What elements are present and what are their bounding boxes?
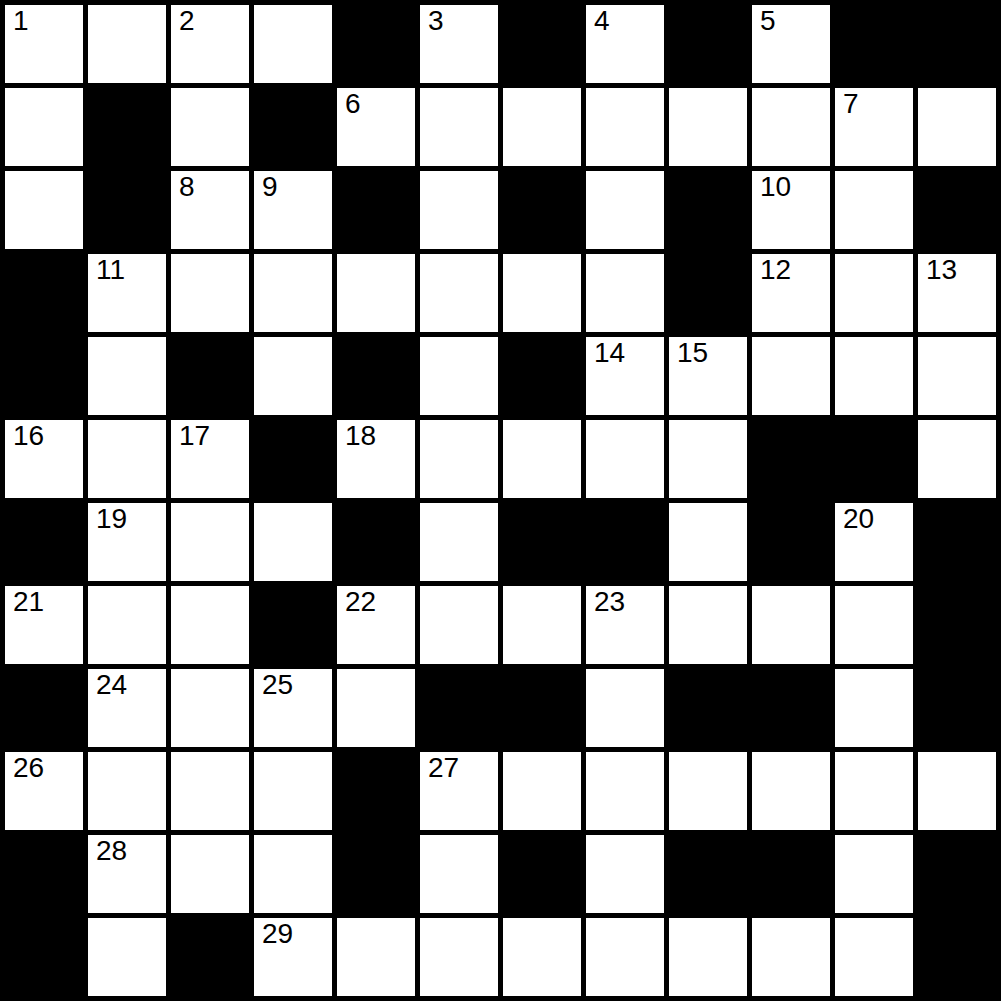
white-cell-r9c0[interactable]: 26: [5, 752, 83, 830]
clue-number-17: 17: [179, 421, 210, 452]
clue-number-3: 3: [428, 6, 444, 37]
white-cell-r4c8[interactable]: 15: [669, 337, 747, 415]
clue-number-24: 24: [96, 670, 127, 701]
white-cell-r9c3[interactable]: [254, 752, 332, 830]
white-cell-r9c10[interactable]: [835, 752, 913, 830]
black-cell-r5c10: [835, 420, 913, 498]
white-cell-r10c2[interactable]: [171, 835, 249, 913]
white-cell-r0c1[interactable]: [88, 5, 166, 83]
clue-number-4: 4: [594, 6, 610, 37]
black-cell-r2c11: [918, 171, 996, 249]
black-cell-r3c0: [5, 254, 83, 332]
black-cell-r5c9: [752, 420, 830, 498]
white-cell-r3c4[interactable]: [337, 254, 415, 332]
clue-number-10: 10: [760, 172, 791, 203]
black-cell-r2c6: [503, 171, 581, 249]
white-cell-r7c8[interactable]: [669, 586, 747, 664]
black-cell-r8c9: [752, 669, 830, 747]
clue-number-27: 27: [428, 753, 459, 784]
white-cell-r4c7[interactable]: 14: [586, 337, 664, 415]
black-cell-r10c11: [918, 835, 996, 913]
white-cell-r11c3[interactable]: 29: [254, 918, 332, 996]
black-cell-r10c9: [752, 835, 830, 913]
white-cell-r10c10[interactable]: [835, 835, 913, 913]
black-cell-r7c3: [254, 586, 332, 664]
white-cell-r7c6[interactable]: [503, 586, 581, 664]
white-cell-r0c9[interactable]: 5: [752, 5, 830, 83]
clue-number-8: 8: [179, 172, 195, 203]
black-cell-r7c11: [918, 586, 996, 664]
white-cell-r5c2[interactable]: 17: [171, 420, 249, 498]
white-cell-r1c2[interactable]: [171, 88, 249, 166]
black-cell-r6c4: [337, 503, 415, 581]
clue-number-21: 21: [13, 587, 44, 618]
white-cell-r11c4[interactable]: [337, 918, 415, 996]
black-cell-r1c1: [88, 88, 166, 166]
white-cell-r6c1[interactable]: 19: [88, 503, 166, 581]
white-cell-r0c7[interactable]: 4: [586, 5, 664, 83]
clue-number-25: 25: [262, 670, 293, 701]
black-cell-r5c3: [254, 420, 332, 498]
black-cell-r4c2: [171, 337, 249, 415]
black-cell-r6c9: [752, 503, 830, 581]
white-cell-r7c1[interactable]: [88, 586, 166, 664]
white-cell-r1c0[interactable]: [5, 88, 83, 166]
white-cell-r1c8[interactable]: [669, 88, 747, 166]
white-cell-r3c6[interactable]: [503, 254, 581, 332]
white-cell-r11c10[interactable]: [835, 918, 913, 996]
white-cell-r9c1[interactable]: [88, 752, 166, 830]
white-cell-r1c9[interactable]: [752, 88, 830, 166]
white-cell-r11c7[interactable]: [586, 918, 664, 996]
white-cell-r11c9[interactable]: [752, 918, 830, 996]
white-cell-r0c0[interactable]: 1: [5, 5, 83, 83]
black-cell-r4c6: [503, 337, 581, 415]
white-cell-r9c9[interactable]: [752, 752, 830, 830]
white-cell-r8c10[interactable]: [835, 669, 913, 747]
white-cell-r7c5[interactable]: [420, 586, 498, 664]
white-cell-r10c7[interactable]: [586, 835, 664, 913]
white-cell-r11c1[interactable]: [88, 918, 166, 996]
clue-number-12: 12: [760, 255, 791, 286]
white-cell-r3c9[interactable]: 12: [752, 254, 830, 332]
clue-number-11: 11: [96, 255, 125, 286]
white-cell-r8c3[interactable]: 25: [254, 669, 332, 747]
white-cell-r5c5[interactable]: [420, 420, 498, 498]
clue-number-23: 23: [594, 587, 625, 618]
white-cell-r4c3[interactable]: [254, 337, 332, 415]
white-cell-r7c0[interactable]: 21: [5, 586, 83, 664]
white-cell-r5c0[interactable]: 16: [5, 420, 83, 498]
white-cell-r2c10[interactable]: [835, 171, 913, 249]
black-cell-r3c8: [669, 254, 747, 332]
white-cell-r9c6[interactable]: [503, 752, 581, 830]
clue-number-26: 26: [13, 753, 44, 784]
white-cell-r11c8[interactable]: [669, 918, 747, 996]
white-cell-r5c11[interactable]: [918, 420, 996, 498]
white-cell-r8c4[interactable]: [337, 669, 415, 747]
black-cell-r6c11: [918, 503, 996, 581]
black-cell-r0c6: [503, 5, 581, 83]
white-cell-r1c10[interactable]: 7: [835, 88, 913, 166]
white-cell-r1c6[interactable]: [503, 88, 581, 166]
clue-number-29: 29: [262, 919, 293, 950]
white-cell-r2c9[interactable]: 10: [752, 171, 830, 249]
clue-number-16: 16: [13, 421, 44, 452]
clue-number-15: 15: [677, 338, 708, 369]
white-cell-r6c2[interactable]: [171, 503, 249, 581]
white-cell-r9c5[interactable]: 27: [420, 752, 498, 830]
black-cell-r11c11: [918, 918, 996, 996]
white-cell-r1c7[interactable]: [586, 88, 664, 166]
crossword-board: 1234567891011121314151617181920212223242…: [0, 0, 1001, 1001]
white-cell-r10c3[interactable]: [254, 835, 332, 913]
white-cell-r6c10[interactable]: 20: [835, 503, 913, 581]
white-cell-r3c7[interactable]: [586, 254, 664, 332]
white-cell-r1c11[interactable]: [918, 88, 996, 166]
white-cell-r5c7[interactable]: [586, 420, 664, 498]
black-cell-r8c8: [669, 669, 747, 747]
black-cell-r6c6: [503, 503, 581, 581]
white-cell-r1c4[interactable]: 6: [337, 88, 415, 166]
white-cell-r8c7[interactable]: [586, 669, 664, 747]
white-cell-r6c8[interactable]: [669, 503, 747, 581]
black-cell-r4c4: [337, 337, 415, 415]
white-cell-r4c10[interactable]: [835, 337, 913, 415]
white-cell-r11c6[interactable]: [503, 918, 581, 996]
black-cell-r10c4: [337, 835, 415, 913]
black-cell-r10c6: [503, 835, 581, 913]
clue-number-6: 6: [345, 89, 361, 120]
white-cell-r8c2[interactable]: [171, 669, 249, 747]
white-cell-r2c3[interactable]: 9: [254, 171, 332, 249]
white-cell-r10c5[interactable]: [420, 835, 498, 913]
white-cell-r7c2[interactable]: [171, 586, 249, 664]
white-cell-r4c11[interactable]: [918, 337, 996, 415]
white-cell-r6c5[interactable]: [420, 503, 498, 581]
clue-number-13: 13: [926, 255, 957, 286]
white-cell-r0c2[interactable]: 2: [171, 5, 249, 83]
clue-number-2: 2: [179, 6, 195, 37]
black-cell-r0c10: [835, 5, 913, 83]
white-cell-r2c5[interactable]: [420, 171, 498, 249]
clue-number-5: 5: [760, 6, 776, 37]
white-cell-r2c7[interactable]: [586, 171, 664, 249]
clue-number-1: 1: [13, 6, 29, 37]
white-cell-r5c6[interactable]: [503, 420, 581, 498]
black-cell-r10c8: [669, 835, 747, 913]
black-cell-r0c8: [669, 5, 747, 83]
clue-number-19: 19: [96, 504, 127, 535]
black-cell-r0c11: [918, 5, 996, 83]
clue-number-7: 7: [843, 89, 859, 120]
black-cell-r4c0: [5, 337, 83, 415]
white-cell-r7c10[interactable]: [835, 586, 913, 664]
white-cell-r11c5[interactable]: [420, 918, 498, 996]
clue-number-18: 18: [345, 421, 376, 452]
white-cell-r5c8[interactable]: [669, 420, 747, 498]
white-cell-r6c3[interactable]: [254, 503, 332, 581]
white-cell-r3c5[interactable]: [420, 254, 498, 332]
black-cell-r8c0: [5, 669, 83, 747]
white-cell-r3c11[interactable]: 13: [918, 254, 996, 332]
white-cell-r0c5[interactable]: 3: [420, 5, 498, 83]
black-cell-r8c5: [420, 669, 498, 747]
white-cell-r1c5[interactable]: [420, 88, 498, 166]
white-cell-r0c3[interactable]: [254, 5, 332, 83]
black-cell-r11c0: [5, 918, 83, 996]
black-cell-r8c6: [503, 669, 581, 747]
black-cell-r11c2: [171, 918, 249, 996]
black-cell-r6c0: [5, 503, 83, 581]
white-cell-r3c1[interactable]: 11: [88, 254, 166, 332]
white-cell-r4c1[interactable]: [88, 337, 166, 415]
white-cell-r7c4[interactable]: 22: [337, 586, 415, 664]
white-cell-r7c9[interactable]: [752, 586, 830, 664]
white-cell-r5c1[interactable]: [88, 420, 166, 498]
white-cell-r7c7[interactable]: 23: [586, 586, 664, 664]
white-cell-r5c4[interactable]: 18: [337, 420, 415, 498]
clue-number-20: 20: [843, 504, 874, 535]
clue-number-22: 22: [345, 587, 376, 618]
white-cell-r3c2[interactable]: [171, 254, 249, 332]
white-cell-r9c2[interactable]: [171, 752, 249, 830]
white-cell-r10c1[interactable]: 28: [88, 835, 166, 913]
white-cell-r2c0[interactable]: [5, 171, 83, 249]
white-cell-r3c10[interactable]: [835, 254, 913, 332]
white-cell-r9c8[interactable]: [669, 752, 747, 830]
black-cell-r9c4: [337, 752, 415, 830]
white-cell-r4c9[interactable]: [752, 337, 830, 415]
clue-number-9: 9: [262, 172, 278, 203]
white-cell-r3c3[interactable]: [254, 254, 332, 332]
black-cell-r10c0: [5, 835, 83, 913]
black-cell-r1c3: [254, 88, 332, 166]
white-cell-r4c5[interactable]: [420, 337, 498, 415]
white-cell-r9c11[interactable]: [918, 752, 996, 830]
white-cell-r2c2[interactable]: 8: [171, 171, 249, 249]
black-cell-r2c8: [669, 171, 747, 249]
black-cell-r2c1: [88, 171, 166, 249]
clue-number-28: 28: [96, 836, 127, 867]
white-cell-r9c7[interactable]: [586, 752, 664, 830]
white-cell-r8c1[interactable]: 24: [88, 669, 166, 747]
black-cell-r2c4: [337, 171, 415, 249]
black-cell-r6c7: [586, 503, 664, 581]
clue-number-14: 14: [594, 338, 625, 369]
black-cell-r8c11: [918, 669, 996, 747]
black-cell-r0c4: [337, 5, 415, 83]
